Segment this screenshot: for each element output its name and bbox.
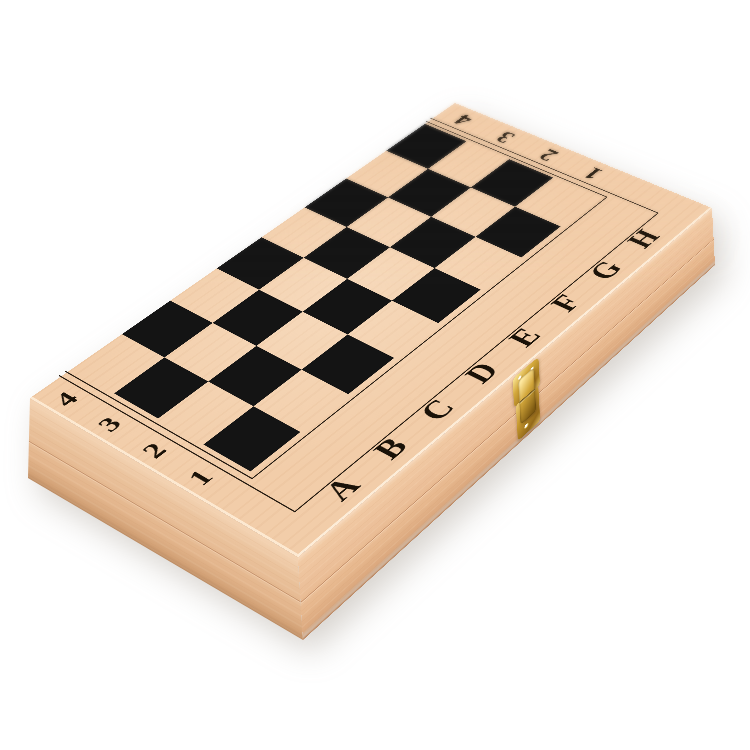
screw-icon — [524, 422, 529, 430]
product-photo-stage: ABCDEFGH 4321 4321 — [0, 0, 750, 750]
rank-label-left-4: 4 — [49, 388, 85, 410]
rank-label-right-3: 3 — [490, 128, 520, 147]
rank-label-left-3: 3 — [92, 413, 128, 436]
rank-label-right-2: 2 — [534, 145, 564, 164]
rank-label-right-4: 4 — [449, 111, 479, 129]
rank-label-left-1: 1 — [182, 466, 220, 491]
rank-label-left-2: 2 — [136, 439, 173, 463]
chess-box: ABCDEFGH 4321 4321 — [0, 0, 750, 750]
rank-label-right-1: 1 — [578, 163, 609, 183]
